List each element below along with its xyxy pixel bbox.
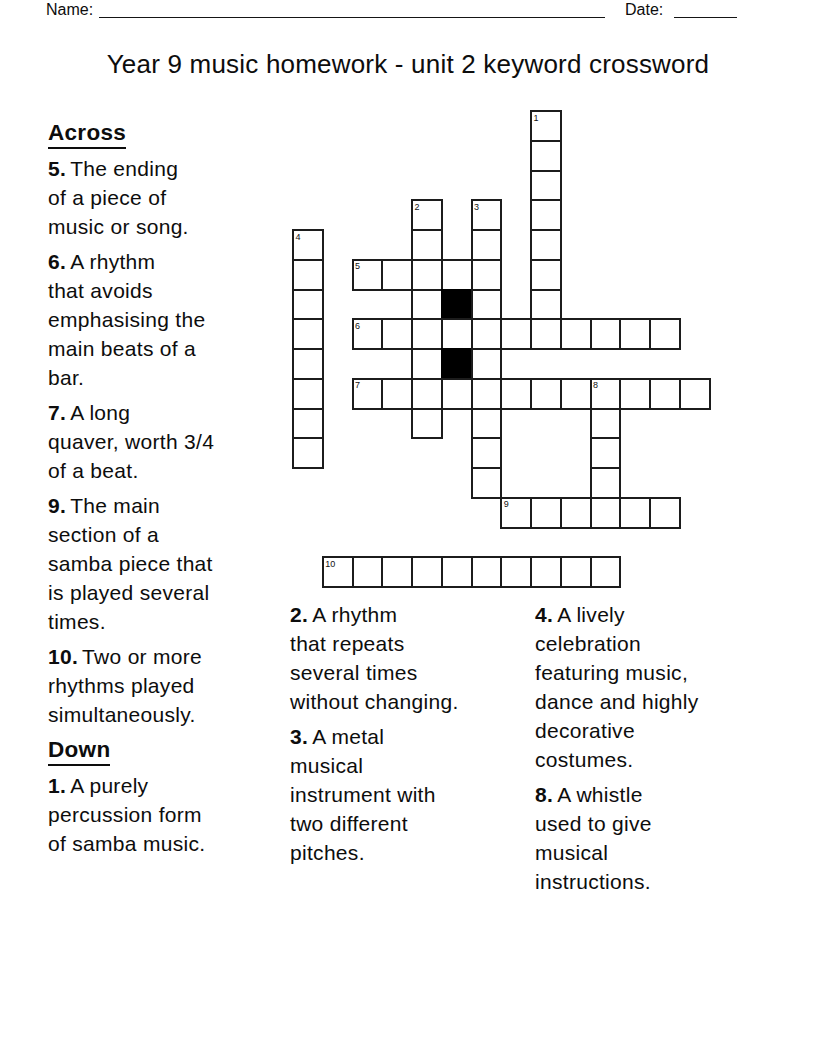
cell-number-7: 7	[355, 380, 360, 390]
grid-cell-r9-c11[interactable]	[619, 378, 651, 410]
clue-number-label: 1.	[48, 774, 66, 797]
clue-line: rhythms played	[48, 671, 290, 700]
clue-column-right: 4.A livelycelebrationfeaturing music,dan…	[535, 600, 781, 902]
clue-line: 7.A long	[48, 398, 290, 427]
grid-cell-r13-c8[interactable]	[530, 497, 562, 529]
clue-number-label: 9.	[48, 494, 66, 517]
grid-cell-r7-c3[interactable]	[381, 318, 413, 350]
grid-cell-r10-c0[interactable]	[292, 408, 324, 440]
clue-number-label: 4.	[535, 603, 553, 626]
grid-cell-r9-c6[interactable]	[471, 378, 503, 410]
clue-line: musical	[535, 838, 781, 867]
grid-cell-r7-c6[interactable]	[471, 318, 503, 350]
clue-across-10: 10.Two or morerhythms playedsimultaneous…	[48, 642, 290, 729]
clue-across-7: 7.A longquaver, worth 3/4of a beat.	[48, 398, 290, 485]
clue-number-label: 6.	[48, 250, 66, 273]
grid-cell-r15-c2[interactable]	[352, 556, 384, 588]
clue-number-label: 5.	[48, 157, 66, 180]
clue-down-1: 1.A purelypercussion formof samba music.	[48, 771, 290, 858]
across-clue-list: 5.The endingof a piece ofmusic or song.6…	[48, 154, 290, 729]
grid-cell-r9-c3[interactable]	[381, 378, 413, 410]
clue-number-label: 10.	[48, 645, 78, 668]
cell-number-8: 8	[593, 380, 598, 390]
date-label: Date:	[625, 1, 663, 19]
grid-cell-r5-c8[interactable]	[530, 259, 562, 291]
clue-line: music or song.	[48, 212, 290, 241]
clue-down-3: 3.A metalmusicalinstrument withtwo diffe…	[290, 722, 536, 867]
cell-number-1: 1	[534, 113, 539, 123]
grid-cell-r15-c9[interactable]	[560, 556, 592, 588]
grid-cell-r4-c0[interactable]: 4	[292, 229, 324, 261]
grid-cell-r6-c0[interactable]	[292, 289, 324, 321]
down-heading: Down	[48, 735, 110, 766]
clue-column-middle: 2.A rhythmthat repeatsseveral timeswitho…	[290, 600, 536, 873]
cell-number-9: 9	[504, 499, 509, 509]
grid-cell-r6-c8[interactable]	[530, 289, 562, 321]
grid-cell-r6-c6[interactable]	[471, 289, 503, 321]
clue-number-label: 7.	[48, 401, 66, 424]
clue-number-label: 2.	[290, 603, 308, 626]
clue-column-left: Across 5.The endingof a piece ofmusic or…	[48, 118, 290, 864]
grid-cell-r13-c12[interactable]	[649, 497, 681, 529]
clue-line: pitches.	[290, 838, 536, 867]
clue-line: simultaneously.	[48, 700, 290, 729]
grid-cell-r8-c6[interactable]	[471, 348, 503, 380]
grid-cell-r9-c12[interactable]	[649, 378, 681, 410]
clue-line: percussion form	[48, 800, 290, 829]
grid-cell-r7-c12[interactable]	[649, 318, 681, 350]
clue-line: emphasising the	[48, 305, 290, 334]
grid-cell-r15-c10[interactable]	[590, 556, 622, 588]
clue-line: times.	[48, 607, 290, 636]
clue-line: of a piece of	[48, 183, 290, 212]
clue-line: quaver, worth 3/4	[48, 427, 290, 456]
grid-cell-r7-c7[interactable]	[500, 318, 532, 350]
grid-cell-r0-c8[interactable]: 1	[530, 110, 562, 142]
grid-cell-r9-c7[interactable]	[500, 378, 532, 410]
grid-cell-r4-c4[interactable]	[411, 229, 443, 261]
grid-cell-r13-c11[interactable]	[619, 497, 651, 529]
grid-cell-r12-c6[interactable]	[471, 467, 503, 499]
across-heading: Across	[48, 118, 126, 149]
clue-across-6: 6.A rhythmthat avoidsemphasising themain…	[48, 247, 290, 392]
grid-cell-r15-c6[interactable]	[471, 556, 503, 588]
clue-number-label: 3.	[290, 725, 308, 748]
grid-cell-r7-c9[interactable]	[560, 318, 592, 350]
cell-number-5: 5	[355, 261, 360, 271]
grid-cell-r13-c9[interactable]	[560, 497, 592, 529]
clue-line: costumes.	[535, 745, 781, 774]
clue-line: is played several	[48, 578, 290, 607]
grid-cell-r3-c8[interactable]	[530, 199, 562, 231]
grid-cell-r9-c8[interactable]	[530, 378, 562, 410]
grid-cell-r10-c6[interactable]	[471, 408, 503, 440]
grid-cell-r7-c5[interactable]	[441, 318, 473, 350]
clue-line: instrument with	[290, 780, 536, 809]
down-clue-list-left: 1.A purelypercussion formof samba music.	[48, 771, 290, 858]
clue-across-9: 9.The mainsection of asamba piece thatis…	[48, 491, 290, 636]
grid-cell-r5-c4[interactable]	[411, 259, 443, 291]
grid-cell-r3-c6[interactable]: 3	[471, 199, 503, 231]
down-clue-list-middle: 2.A rhythmthat repeatsseveral timeswitho…	[290, 600, 536, 867]
grid-cell-r15-c7[interactable]	[500, 556, 532, 588]
clue-line: 2.A rhythm	[290, 600, 536, 629]
grid-cell-r9-c9[interactable]	[560, 378, 592, 410]
clue-line: that avoids	[48, 276, 290, 305]
grid-cell-r8-c0[interactable]	[292, 348, 324, 380]
black-cell-2	[441, 348, 473, 380]
grid-cell-r9-c13[interactable]	[679, 378, 711, 410]
clue-line: of samba music.	[48, 829, 290, 858]
grid-cell-r9-c5[interactable]	[441, 378, 473, 410]
clue-down-8: 8.A whistleused to givemusicalinstructio…	[535, 780, 781, 896]
clue-line: 6.A rhythm	[48, 247, 290, 276]
grid-cell-r5-c0[interactable]	[292, 259, 324, 291]
cell-number-6: 6	[355, 321, 360, 331]
grid-cell-r10-c4[interactable]	[411, 408, 443, 440]
clue-line: that repeats	[290, 629, 536, 658]
grid-cell-r7-c11[interactable]	[619, 318, 651, 350]
clue-line: several times	[290, 658, 536, 687]
cell-number-3: 3	[474, 202, 479, 212]
grid-cell-r7-c4[interactable]	[411, 318, 443, 350]
clue-line: 4.A lively	[535, 600, 781, 629]
down-heading-row: Down	[48, 735, 290, 766]
grid-cell-r5-c5[interactable]	[441, 259, 473, 291]
grid-cell-r7-c0[interactable]	[292, 318, 324, 350]
name-line[interactable]	[99, 0, 605, 18]
worksheet-page: Name: Date: Year 9 music homework - unit…	[0, 0, 816, 1056]
grid-cell-r11-c0[interactable]	[292, 437, 324, 469]
grid-cell-r15-c1[interactable]: 10	[322, 556, 354, 588]
clue-line: dance and highly	[535, 687, 781, 716]
grid-cell-r13-c10[interactable]	[590, 497, 622, 529]
clue-number-label: 8.	[535, 783, 553, 806]
clue-line: main beats of a	[48, 334, 290, 363]
grid-cell-r15-c3[interactable]	[381, 556, 413, 588]
clue-line: celebration	[535, 629, 781, 658]
grid-cell-r6-c4[interactable]	[411, 289, 443, 321]
clue-line: 10.Two or more	[48, 642, 290, 671]
clue-line: used to give	[535, 809, 781, 838]
grid-cell-r4-c8[interactable]	[530, 229, 562, 261]
grid-cell-r1-c8[interactable]	[530, 140, 562, 172]
grid-cell-r9-c2[interactable]: 7	[352, 378, 384, 410]
clue-line: bar.	[48, 363, 290, 392]
clue-line: two different	[290, 809, 536, 838]
clue-down-2: 2.A rhythmthat repeatsseveral timeswitho…	[290, 600, 536, 716]
name-label: Name:	[46, 1, 93, 19]
date-line[interactable]	[674, 0, 737, 18]
cell-number-4: 4	[296, 232, 301, 242]
clue-line: samba piece that	[48, 549, 290, 578]
grid-cell-r15-c4[interactable]	[411, 556, 443, 588]
grid-cell-r5-c3[interactable]	[381, 259, 413, 291]
crossword-grid: 12345678910	[292, 110, 711, 588]
clue-line: instructions.	[535, 867, 781, 896]
grid-cell-r7-c8[interactable]	[530, 318, 562, 350]
grid-cell-r5-c6[interactable]	[471, 259, 503, 291]
clue-line: 3.A metal	[290, 722, 536, 751]
clue-line: musical	[290, 751, 536, 780]
clue-across-5: 5.The endingof a piece ofmusic or song.	[48, 154, 290, 241]
grid-cell-r11-c10[interactable]	[590, 437, 622, 469]
black-cell-1	[441, 289, 473, 321]
clue-line: section of a	[48, 520, 290, 549]
grid-cell-r9-c4[interactable]	[411, 378, 443, 410]
clue-line: of a beat.	[48, 456, 290, 485]
grid-cell-r7-c10[interactable]	[590, 318, 622, 350]
clue-line: 1.A purely	[48, 771, 290, 800]
grid-cell-r9-c0[interactable]	[292, 378, 324, 410]
grid-cell-r11-c6[interactable]	[471, 437, 503, 469]
grid-cell-r15-c8[interactable]	[530, 556, 562, 588]
grid-cell-r15-c5[interactable]	[441, 556, 473, 588]
clue-line: 8.A whistle	[535, 780, 781, 809]
grid-cell-r3-c4[interactable]: 2	[411, 199, 443, 231]
down-clue-list-right: 4.A livelycelebrationfeaturing music,dan…	[535, 600, 781, 896]
grid-cell-r13-c7[interactable]: 9	[500, 497, 532, 529]
clue-line: featuring music,	[535, 658, 781, 687]
grid-cell-r10-c10[interactable]	[590, 408, 622, 440]
grid-cell-r9-c10[interactable]: 8	[590, 378, 622, 410]
clue-line: decorative	[535, 716, 781, 745]
clue-line: 9.The main	[48, 491, 290, 520]
across-heading-row: Across	[48, 118, 290, 149]
grid-cell-r4-c6[interactable]	[471, 229, 503, 261]
cell-number-10: 10	[325, 559, 335, 569]
page-title: Year 9 music homework - unit 2 keyword c…	[0, 49, 816, 80]
grid-cell-r8-c4[interactable]	[411, 348, 443, 380]
clue-down-4: 4.A livelycelebrationfeaturing music,dan…	[535, 600, 781, 774]
grid-cell-r7-c2[interactable]: 6	[352, 318, 384, 350]
clue-line: 5.The ending	[48, 154, 290, 183]
grid-cell-r5-c2[interactable]: 5	[352, 259, 384, 291]
clue-line: without changing.	[290, 687, 536, 716]
cell-number-2: 2	[415, 202, 420, 212]
grid-cell-r12-c10[interactable]	[590, 467, 622, 499]
grid-cell-r2-c8[interactable]	[530, 170, 562, 202]
